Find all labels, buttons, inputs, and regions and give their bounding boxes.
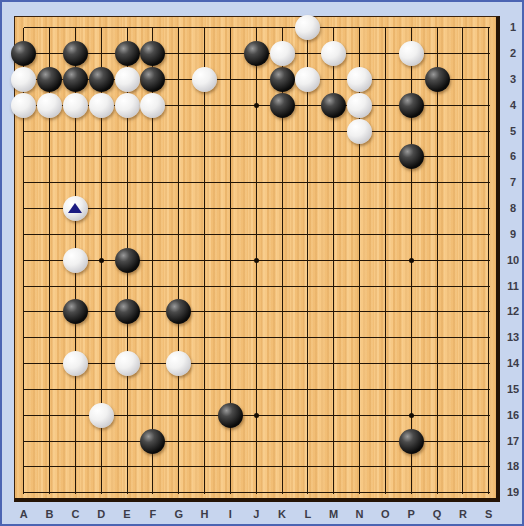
row-label: 12 bbox=[503, 305, 523, 318]
column-label: B bbox=[40, 508, 60, 521]
row-label: 2 bbox=[503, 47, 523, 60]
row-label: 19 bbox=[503, 486, 523, 499]
row-label: 15 bbox=[503, 383, 523, 396]
row-label: 6 bbox=[503, 150, 523, 163]
row-label: 4 bbox=[503, 99, 523, 112]
column-label: I bbox=[220, 508, 240, 521]
column-label: A bbox=[14, 508, 34, 521]
row-label: 7 bbox=[503, 176, 523, 189]
column-label: F bbox=[143, 508, 163, 521]
column-label: G bbox=[169, 508, 189, 521]
row-label: 10 bbox=[503, 254, 523, 267]
column-label: J bbox=[246, 508, 266, 521]
column-label: M bbox=[324, 508, 344, 521]
row-label: 18 bbox=[503, 460, 523, 473]
row-label: 16 bbox=[503, 409, 523, 422]
row-label: 3 bbox=[503, 73, 523, 86]
column-label: K bbox=[272, 508, 292, 521]
row-label: 9 bbox=[503, 228, 523, 241]
column-label: O bbox=[375, 508, 395, 521]
column-label: S bbox=[479, 508, 499, 521]
column-label: R bbox=[453, 508, 473, 521]
column-label: N bbox=[350, 508, 370, 521]
row-label: 17 bbox=[503, 435, 523, 448]
column-label: D bbox=[91, 508, 111, 521]
column-label: P bbox=[401, 508, 421, 521]
column-label: L bbox=[298, 508, 318, 521]
column-label: E bbox=[117, 508, 137, 521]
column-label: H bbox=[195, 508, 215, 521]
row-label: 13 bbox=[503, 331, 523, 344]
go-board-window: ABCDEFGHIJKLMNOPQRS123456789101112131415… bbox=[0, 0, 524, 526]
column-label: C bbox=[65, 508, 85, 521]
row-label: 1 bbox=[503, 21, 523, 34]
row-label: 14 bbox=[503, 357, 523, 370]
row-label: 8 bbox=[503, 202, 523, 215]
row-label: 5 bbox=[503, 125, 523, 138]
row-label: 11 bbox=[503, 280, 523, 293]
column-label: Q bbox=[427, 508, 447, 521]
go-board[interactable] bbox=[14, 16, 500, 502]
